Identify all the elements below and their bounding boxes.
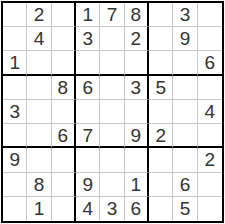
cell-r7c7[interactable] bbox=[149, 148, 173, 172]
cell-r9c5: 3 bbox=[100, 197, 124, 221]
cell-r6c8[interactable] bbox=[173, 124, 197, 148]
cell-r5c3[interactable] bbox=[52, 100, 76, 124]
cell-r7c8[interactable] bbox=[173, 148, 197, 172]
cell-r3c5[interactable] bbox=[100, 51, 124, 75]
cell-r7c6[interactable] bbox=[125, 148, 149, 172]
cell-r1c9[interactable] bbox=[198, 3, 222, 27]
cell-r8c5[interactable] bbox=[100, 173, 124, 197]
cell-r8c4: 9 bbox=[76, 173, 100, 197]
cell-r3c4[interactable] bbox=[76, 51, 100, 75]
cell-r6c3: 6 bbox=[52, 124, 76, 148]
cell-r7c5[interactable] bbox=[100, 148, 124, 172]
cell-r4c2[interactable] bbox=[27, 76, 51, 100]
cell-r9c2: 1 bbox=[27, 197, 51, 221]
cell-r9c1[interactable] bbox=[3, 197, 27, 221]
cell-r2c7[interactable] bbox=[149, 27, 173, 51]
cell-r2c4: 3 bbox=[76, 27, 100, 51]
cell-r7c2[interactable] bbox=[27, 148, 51, 172]
cell-r3c8[interactable] bbox=[173, 51, 197, 75]
cell-r1c4: 1 bbox=[76, 3, 100, 27]
cell-r8c7[interactable] bbox=[149, 173, 173, 197]
cell-r5c6[interactable] bbox=[125, 100, 149, 124]
cell-r8c1[interactable] bbox=[3, 173, 27, 197]
cell-r4c7: 5 bbox=[149, 76, 173, 100]
cell-r6c9[interactable] bbox=[198, 124, 222, 148]
cell-r1c8: 3 bbox=[173, 3, 197, 27]
cell-r3c2[interactable] bbox=[27, 51, 51, 75]
cell-r3c1: 1 bbox=[3, 51, 27, 75]
cell-r4c3: 8 bbox=[52, 76, 76, 100]
cell-r1c7[interactable] bbox=[149, 3, 173, 27]
cell-r9c4: 4 bbox=[76, 197, 100, 221]
cell-r3c6[interactable] bbox=[125, 51, 149, 75]
sudoku-board-wrap: 21783432916863534679292891614365 bbox=[0, 0, 225, 224]
cell-r4c9[interactable] bbox=[198, 76, 222, 100]
cell-r5c4[interactable] bbox=[76, 100, 100, 124]
cell-r2c5[interactable] bbox=[100, 27, 124, 51]
cell-r5c8[interactable] bbox=[173, 100, 197, 124]
cell-r2c3[interactable] bbox=[52, 27, 76, 51]
cell-r4c8[interactable] bbox=[173, 76, 197, 100]
cell-r3c3[interactable] bbox=[52, 51, 76, 75]
sudoku-board: 21783432916863534679292891614365 bbox=[1, 1, 224, 223]
cell-r6c1[interactable] bbox=[3, 124, 27, 148]
cell-r2c8: 9 bbox=[173, 27, 197, 51]
cell-r2c2: 4 bbox=[27, 27, 51, 51]
cell-r8c8: 6 bbox=[173, 173, 197, 197]
cell-r1c1[interactable] bbox=[3, 3, 27, 27]
cell-r7c3[interactable] bbox=[52, 148, 76, 172]
cell-r7c4[interactable] bbox=[76, 148, 100, 172]
cell-r4c5[interactable] bbox=[100, 76, 124, 100]
cell-r1c2: 2 bbox=[27, 3, 51, 27]
cell-r8c6: 1 bbox=[125, 173, 149, 197]
cell-r8c3[interactable] bbox=[52, 173, 76, 197]
cell-r9c3[interactable] bbox=[52, 197, 76, 221]
cell-r2c1[interactable] bbox=[3, 27, 27, 51]
cell-r9c6: 6 bbox=[125, 197, 149, 221]
cell-r1c3[interactable] bbox=[52, 3, 76, 27]
cell-r7c1: 9 bbox=[3, 148, 27, 172]
cell-r4c6: 3 bbox=[125, 76, 149, 100]
cell-r4c4: 6 bbox=[76, 76, 100, 100]
cell-r6c7: 2 bbox=[149, 124, 173, 148]
cell-r6c5[interactable] bbox=[100, 124, 124, 148]
cell-r7c9: 2 bbox=[198, 148, 222, 172]
cell-r1c5: 7 bbox=[100, 3, 124, 27]
cell-r6c6: 9 bbox=[125, 124, 149, 148]
cell-r5c2[interactable] bbox=[27, 100, 51, 124]
cell-r5c5[interactable] bbox=[100, 100, 124, 124]
cell-r6c4: 7 bbox=[76, 124, 100, 148]
cell-r6c2[interactable] bbox=[27, 124, 51, 148]
cell-r3c9: 6 bbox=[198, 51, 222, 75]
cell-r2c6: 2 bbox=[125, 27, 149, 51]
cell-r9c9[interactable] bbox=[198, 197, 222, 221]
cell-r5c9: 4 bbox=[198, 100, 222, 124]
cell-r5c7[interactable] bbox=[149, 100, 173, 124]
cell-r3c7[interactable] bbox=[149, 51, 173, 75]
cell-r5c1: 3 bbox=[3, 100, 27, 124]
cell-r9c8: 5 bbox=[173, 197, 197, 221]
cell-r8c9[interactable] bbox=[198, 173, 222, 197]
cell-r9c7[interactable] bbox=[149, 197, 173, 221]
cell-r8c2: 8 bbox=[27, 173, 51, 197]
cell-r4c1[interactable] bbox=[3, 76, 27, 100]
cell-r2c9[interactable] bbox=[198, 27, 222, 51]
cell-r1c6: 8 bbox=[125, 3, 149, 27]
